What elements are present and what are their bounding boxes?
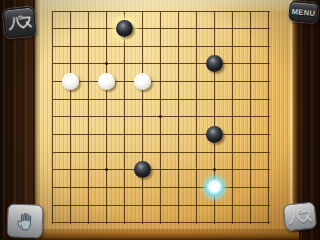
pass-text-icon: [7, 14, 32, 31]
pass-button-top[interactable]: [3, 6, 37, 38]
board-top-bevel: [35, 0, 299, 11]
hand-icon: [12, 208, 38, 234]
menu-button[interactable]: MENU: [288, 1, 319, 23]
board-bottom-face: [35, 229, 299, 240]
pass-text-icon: [287, 208, 312, 225]
game-screen: MENU: [0, 0, 320, 240]
menu-button-label: MENU: [291, 6, 315, 17]
hand-button[interactable]: [6, 203, 43, 238]
pass-button-bottom[interactable]: [283, 201, 318, 231]
go-board[interactable]: [35, 0, 299, 240]
